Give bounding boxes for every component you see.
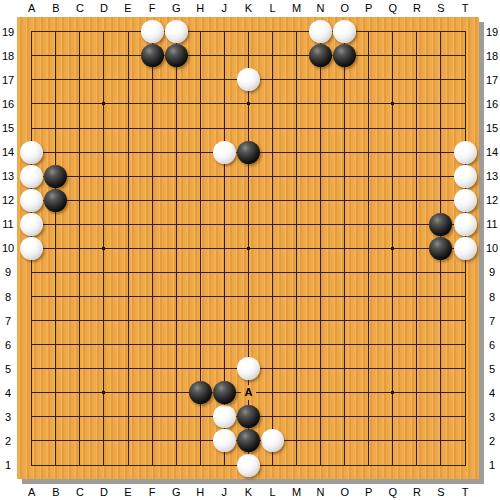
black-stone xyxy=(165,44,188,67)
row-label-left: 19 xyxy=(0,24,16,40)
black-stone xyxy=(237,141,260,164)
column-label-bottom: K xyxy=(240,484,256,500)
white-stone xyxy=(237,357,260,380)
column-label-top: C xyxy=(72,0,88,16)
row-label-right: 1 xyxy=(484,457,500,473)
column-label-bottom: T xyxy=(457,484,473,500)
row-label-left: 11 xyxy=(0,216,16,232)
white-stone xyxy=(20,237,43,260)
grid-line-vertical xyxy=(320,31,321,465)
grid-line-horizontal xyxy=(31,272,465,273)
row-label-left: 15 xyxy=(0,120,16,136)
column-label-bottom: B xyxy=(48,484,64,500)
star-point xyxy=(391,247,394,250)
column-label-top: H xyxy=(192,0,208,16)
column-label-top: L xyxy=(264,0,280,16)
row-label-left: 3 xyxy=(0,409,16,425)
star-point xyxy=(247,102,250,105)
white-stone xyxy=(454,165,477,188)
column-label-top: S xyxy=(433,0,449,16)
column-label-bottom: F xyxy=(144,484,160,500)
column-label-top: R xyxy=(409,0,425,16)
star-point xyxy=(102,247,105,250)
black-stone xyxy=(141,44,164,67)
row-label-right: 4 xyxy=(484,385,500,401)
row-label-left: 18 xyxy=(0,48,16,64)
column-label-top: P xyxy=(361,0,377,16)
white-stone xyxy=(454,189,477,212)
column-label-bottom: L xyxy=(264,484,280,500)
row-label-right: 18 xyxy=(484,48,500,64)
star-point xyxy=(102,391,105,394)
row-label-right: 17 xyxy=(484,72,500,88)
row-label-right: 5 xyxy=(484,361,500,377)
star-point xyxy=(102,102,105,105)
column-label-bottom: R xyxy=(409,484,425,500)
row-label-right: 3 xyxy=(484,409,500,425)
grid-line-horizontal xyxy=(31,320,465,321)
column-label-bottom: C xyxy=(72,484,88,500)
column-label-top: T xyxy=(457,0,473,16)
row-label-right: 12 xyxy=(484,192,500,208)
row-label-right: 6 xyxy=(484,337,500,353)
row-label-left: 6 xyxy=(0,337,16,353)
row-label-left: 1 xyxy=(0,457,16,473)
grid-line-vertical xyxy=(296,31,297,465)
grid-line-horizontal xyxy=(31,344,465,345)
column-label-top: J xyxy=(216,0,232,16)
black-stone xyxy=(213,381,236,404)
column-label-top: K xyxy=(240,0,256,16)
column-label-top: B xyxy=(48,0,64,16)
row-label-left: 8 xyxy=(0,289,16,305)
row-label-left: 14 xyxy=(0,144,16,160)
row-label-right: 10 xyxy=(484,240,500,256)
white-stone xyxy=(165,20,188,43)
column-label-bottom: E xyxy=(120,484,136,500)
star-point xyxy=(247,247,250,250)
column-label-top: F xyxy=(144,0,160,16)
grid-line-vertical xyxy=(368,31,369,465)
column-label-bottom: J xyxy=(216,484,232,500)
star-point xyxy=(391,102,394,105)
column-label-bottom: N xyxy=(313,484,329,500)
row-label-left: 16 xyxy=(0,96,16,112)
grid-line-horizontal xyxy=(31,296,465,297)
row-label-left: 5 xyxy=(0,361,16,377)
star-point xyxy=(391,391,394,394)
row-label-right: 15 xyxy=(484,120,500,136)
row-label-right: 13 xyxy=(484,168,500,184)
white-stone xyxy=(20,165,43,188)
column-label-top: N xyxy=(313,0,329,16)
column-label-bottom: P xyxy=(361,484,377,500)
column-label-top: M xyxy=(289,0,305,16)
white-stone xyxy=(213,405,236,428)
row-label-left: 7 xyxy=(0,313,16,329)
grid-line-vertical xyxy=(344,31,345,465)
row-label-left: 4 xyxy=(0,385,16,401)
move-annotation-label[interactable]: A xyxy=(241,385,256,400)
row-label-left: 9 xyxy=(0,264,16,280)
row-label-left: 17 xyxy=(0,72,16,88)
row-label-right: 8 xyxy=(484,289,500,305)
column-label-top: G xyxy=(168,0,184,16)
row-label-left: 12 xyxy=(0,192,16,208)
column-label-top: A xyxy=(24,0,40,16)
column-label-bottom: O xyxy=(337,484,353,500)
black-stone xyxy=(44,165,67,188)
column-label-top: D xyxy=(96,0,112,16)
grid-line-vertical xyxy=(272,31,273,465)
column-label-bottom: G xyxy=(168,484,184,500)
black-stone xyxy=(189,381,212,404)
row-label-right: 16 xyxy=(484,96,500,112)
column-label-bottom: S xyxy=(433,484,449,500)
column-label-bottom: D xyxy=(96,484,112,500)
white-stone xyxy=(237,454,260,477)
row-label-right: 7 xyxy=(484,313,500,329)
white-stone xyxy=(213,141,236,164)
column-label-top: Q xyxy=(385,0,401,16)
column-label-bottom: H xyxy=(192,484,208,500)
white-stone xyxy=(20,141,43,164)
row-label-right: 19 xyxy=(484,24,500,40)
white-stone xyxy=(454,237,477,260)
black-stone xyxy=(44,189,67,212)
grid-line-vertical xyxy=(416,31,417,465)
row-label-left: 10 xyxy=(0,240,16,256)
white-stone xyxy=(20,189,43,212)
column-label-top: E xyxy=(120,0,136,16)
row-label-left: 13 xyxy=(0,168,16,184)
row-label-left: 2 xyxy=(0,433,16,449)
column-label-top: O xyxy=(337,0,353,16)
column-label-bottom: A xyxy=(24,484,40,500)
row-label-right: 2 xyxy=(484,433,500,449)
white-stone xyxy=(454,213,477,236)
white-stone xyxy=(454,141,477,164)
column-label-bottom: M xyxy=(289,484,305,500)
go-diagram: AABBCCDDEEFFGGHHJJKKLLMMNNOOPPQQRRSSTT19… xyxy=(0,0,500,500)
row-label-right: 9 xyxy=(484,264,500,280)
white-stone xyxy=(20,213,43,236)
column-label-bottom: Q xyxy=(385,484,401,500)
row-label-right: 14 xyxy=(484,144,500,160)
white-stone xyxy=(141,20,164,43)
row-label-right: 11 xyxy=(484,216,500,232)
